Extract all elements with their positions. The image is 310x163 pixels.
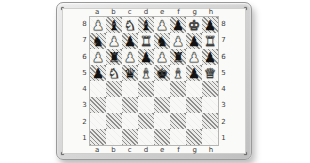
square-f3[interactable] — [170, 97, 186, 113]
rank-labels-left: 87654321 — [80, 16, 89, 146]
square-f6[interactable]: ♜ — [170, 49, 186, 65]
square-b8[interactable]: ♝ — [106, 17, 122, 33]
black-knight-a7[interactable]: ♞ — [90, 33, 106, 49]
square-f2[interactable] — [170, 113, 186, 129]
square-h2[interactable] — [202, 113, 218, 129]
file-label-h: h — [203, 146, 219, 154]
rank-label-8: 8 — [82, 20, 86, 28]
white-pawn-e8[interactable]: ♟ — [154, 17, 170, 33]
square-c3[interactable] — [122, 97, 138, 113]
rank-label-7: 7 — [82, 36, 86, 44]
square-b1[interactable] — [106, 129, 122, 145]
file-label-c: c — [122, 8, 138, 16]
square-d1[interactable] — [138, 129, 154, 145]
square-d6[interactable]: ♟ — [138, 49, 154, 65]
white-knight-c8[interactable]: ♞ — [122, 17, 138, 33]
rank-label-5: 5 — [82, 69, 86, 77]
rank-label-2: 2 — [221, 118, 225, 126]
rank-labels-right: 87654321 — [219, 16, 228, 146]
black-pawn-g7[interactable]: ♟ — [186, 33, 202, 49]
square-a7[interactable]: ♞ — [90, 33, 106, 49]
square-h4[interactable] — [202, 81, 218, 97]
chessboard: ♟♝♞♝♟♟♚♟♞♟♟♜♞♟♟♜♟♜♟♟♟♜♟♟♟♞♛♝♚♝♟♛ — [89, 16, 219, 146]
white-bishop-d5[interactable]: ♝ — [138, 65, 154, 81]
file-labels-top: abcdefgh — [89, 8, 219, 16]
white-king-g8[interactable]: ♚ — [186, 17, 202, 33]
black-pawn-h6[interactable]: ♟ — [202, 49, 218, 65]
square-c2[interactable] — [122, 113, 138, 129]
file-label-g: g — [187, 146, 203, 154]
square-c7[interactable]: ♟ — [122, 33, 138, 49]
square-c8[interactable]: ♞ — [122, 17, 138, 33]
square-d3[interactable] — [138, 97, 154, 113]
rank-label-3: 3 — [82, 101, 86, 109]
square-b4[interactable] — [106, 81, 122, 97]
square-c4[interactable] — [122, 81, 138, 97]
white-bishop-f5[interactable]: ♝ — [170, 65, 186, 81]
square-e2[interactable] — [154, 113, 170, 129]
square-d5[interactable]: ♝ — [138, 65, 154, 81]
black-bishop-b8[interactable]: ♝ — [106, 17, 122, 33]
white-pawn-b7[interactable]: ♟ — [106, 33, 122, 49]
demo-board-frame: abcdefgh 87654321 ♟♝♞♝♟♟♚♟♞♟♟♜♞♟♟♜♟♜♟♟♟♜… — [56, 2, 252, 160]
black-pawn-a5[interactable]: ♟ — [90, 65, 106, 81]
white-rook-d7[interactable]: ♜ — [138, 33, 154, 49]
rank-label-1: 1 — [82, 134, 86, 142]
square-h6[interactable]: ♟ — [202, 49, 218, 65]
square-g3[interactable] — [186, 97, 202, 113]
file-label-h: h — [203, 8, 219, 16]
rank-label-1: 1 — [221, 134, 225, 142]
square-g4[interactable] — [186, 81, 202, 97]
square-b3[interactable] — [106, 97, 122, 113]
square-g7[interactable]: ♟ — [186, 33, 202, 49]
square-d7[interactable]: ♜ — [138, 33, 154, 49]
black-queen-c5[interactable]: ♛ — [122, 65, 138, 81]
square-a1[interactable] — [90, 129, 106, 145]
white-queen-h5[interactable]: ♛ — [202, 65, 218, 81]
square-e7[interactable]: ♞ — [154, 33, 170, 49]
square-e4[interactable] — [154, 81, 170, 97]
file-labels-bottom: abcdefgh — [89, 146, 219, 154]
white-pawn-g6[interactable]: ♟ — [186, 49, 202, 65]
file-label-a: a — [89, 8, 105, 16]
square-h7[interactable]: ♜ — [202, 33, 218, 49]
square-d4[interactable] — [138, 81, 154, 97]
square-e1[interactable] — [154, 129, 170, 145]
square-c5[interactable]: ♛ — [122, 65, 138, 81]
rank-label-4: 4 — [82, 85, 86, 93]
square-g6[interactable]: ♟ — [186, 49, 202, 65]
file-label-a: a — [89, 146, 105, 154]
square-g8[interactable]: ♚ — [186, 17, 202, 33]
square-c6[interactable]: ♟ — [122, 49, 138, 65]
square-e3[interactable] — [154, 97, 170, 113]
white-pawn-c6[interactable]: ♟ — [122, 49, 138, 65]
square-f5[interactable]: ♝ — [170, 65, 186, 81]
square-a3[interactable] — [90, 97, 106, 113]
square-a2[interactable] — [90, 113, 106, 129]
square-f1[interactable] — [170, 129, 186, 145]
file-label-e: e — [154, 146, 170, 154]
square-a4[interactable] — [90, 81, 106, 97]
square-h5[interactable]: ♛ — [202, 65, 218, 81]
rank-label-6: 6 — [221, 53, 225, 61]
square-h3[interactable] — [202, 97, 218, 113]
square-g5[interactable]: ♟ — [186, 65, 202, 81]
black-pawn-h8[interactable]: ♟ — [202, 17, 218, 33]
square-b6[interactable]: ♜ — [106, 49, 122, 65]
square-e6[interactable]: ♟ — [154, 49, 170, 65]
square-c1[interactable] — [122, 129, 138, 145]
square-e5[interactable]: ♚ — [154, 65, 170, 81]
square-a8[interactable]: ♟ — [90, 17, 106, 33]
square-d8[interactable]: ♝ — [138, 17, 154, 33]
rank-label-2: 2 — [82, 118, 86, 126]
black-bishop-d8[interactable]: ♝ — [138, 17, 154, 33]
white-rook-h7[interactable]: ♜ — [202, 33, 218, 49]
black-rook-b6[interactable]: ♜ — [106, 49, 122, 65]
rank-label-4: 4 — [221, 85, 225, 93]
square-f8[interactable]: ♟ — [170, 17, 186, 33]
file-label-b: b — [105, 146, 121, 154]
rank-label-5: 5 — [221, 69, 225, 77]
white-pawn-a6[interactable]: ♟ — [90, 49, 106, 65]
square-b7[interactable]: ♟ — [106, 33, 122, 49]
square-h1[interactable] — [202, 129, 218, 145]
black-rook-f6[interactable]: ♜ — [170, 49, 186, 65]
square-f7[interactable]: ♟ — [170, 33, 186, 49]
file-label-d: d — [138, 146, 154, 154]
square-d2[interactable] — [138, 113, 154, 129]
black-pawn-d6[interactable]: ♟ — [138, 49, 154, 65]
rank-label-6: 6 — [82, 53, 86, 61]
board-face: abcdefgh 87654321 ♟♝♞♝♟♟♚♟♞♟♟♜♞♟♟♜♟♜♟♟♟♜… — [62, 8, 246, 154]
file-label-f: f — [170, 8, 186, 16]
square-b5[interactable]: ♞ — [106, 65, 122, 81]
file-label-c: c — [122, 146, 138, 154]
white-knight-b5[interactable]: ♞ — [106, 65, 122, 81]
square-e8[interactable]: ♟ — [154, 17, 170, 33]
white-pawn-a8[interactable]: ♟ — [90, 17, 106, 33]
rank-label-7: 7 — [221, 36, 225, 44]
square-a6[interactable]: ♟ — [90, 49, 106, 65]
file-label-f: f — [170, 146, 186, 154]
white-pawn-f7[interactable]: ♟ — [170, 33, 186, 49]
square-a5[interactable]: ♟ — [90, 65, 106, 81]
product-photo-stage: abcdefgh 87654321 ♟♝♞♝♟♟♚♟♞♟♟♜♞♟♟♜♟♜♟♟♟♜… — [0, 0, 310, 163]
square-g1[interactable] — [186, 129, 202, 145]
file-label-e: e — [154, 8, 170, 16]
square-g2[interactable] — [186, 113, 202, 129]
rank-label-8: 8 — [221, 20, 225, 28]
white-pawn-e6[interactable]: ♟ — [154, 49, 170, 65]
black-pawn-g5[interactable]: ♟ — [186, 65, 202, 81]
square-f4[interactable] — [170, 81, 186, 97]
file-label-b: b — [105, 8, 121, 16]
black-knight-e7[interactable]: ♞ — [154, 33, 170, 49]
file-label-g: g — [187, 8, 203, 16]
square-h8[interactable]: ♟ — [202, 17, 218, 33]
file-label-d: d — [138, 8, 154, 16]
black-pawn-c7[interactable]: ♟ — [122, 33, 138, 49]
square-b2[interactable] — [106, 113, 122, 129]
black-pawn-f8[interactable]: ♟ — [170, 17, 186, 33]
black-king-e5[interactable]: ♚ — [154, 65, 170, 81]
board-with-coordinates: abcdefgh 87654321 ♟♝♞♝♟♟♚♟♞♟♟♜♞♟♟♜♟♜♟♟♟♜… — [80, 8, 228, 154]
rank-label-3: 3 — [221, 101, 225, 109]
